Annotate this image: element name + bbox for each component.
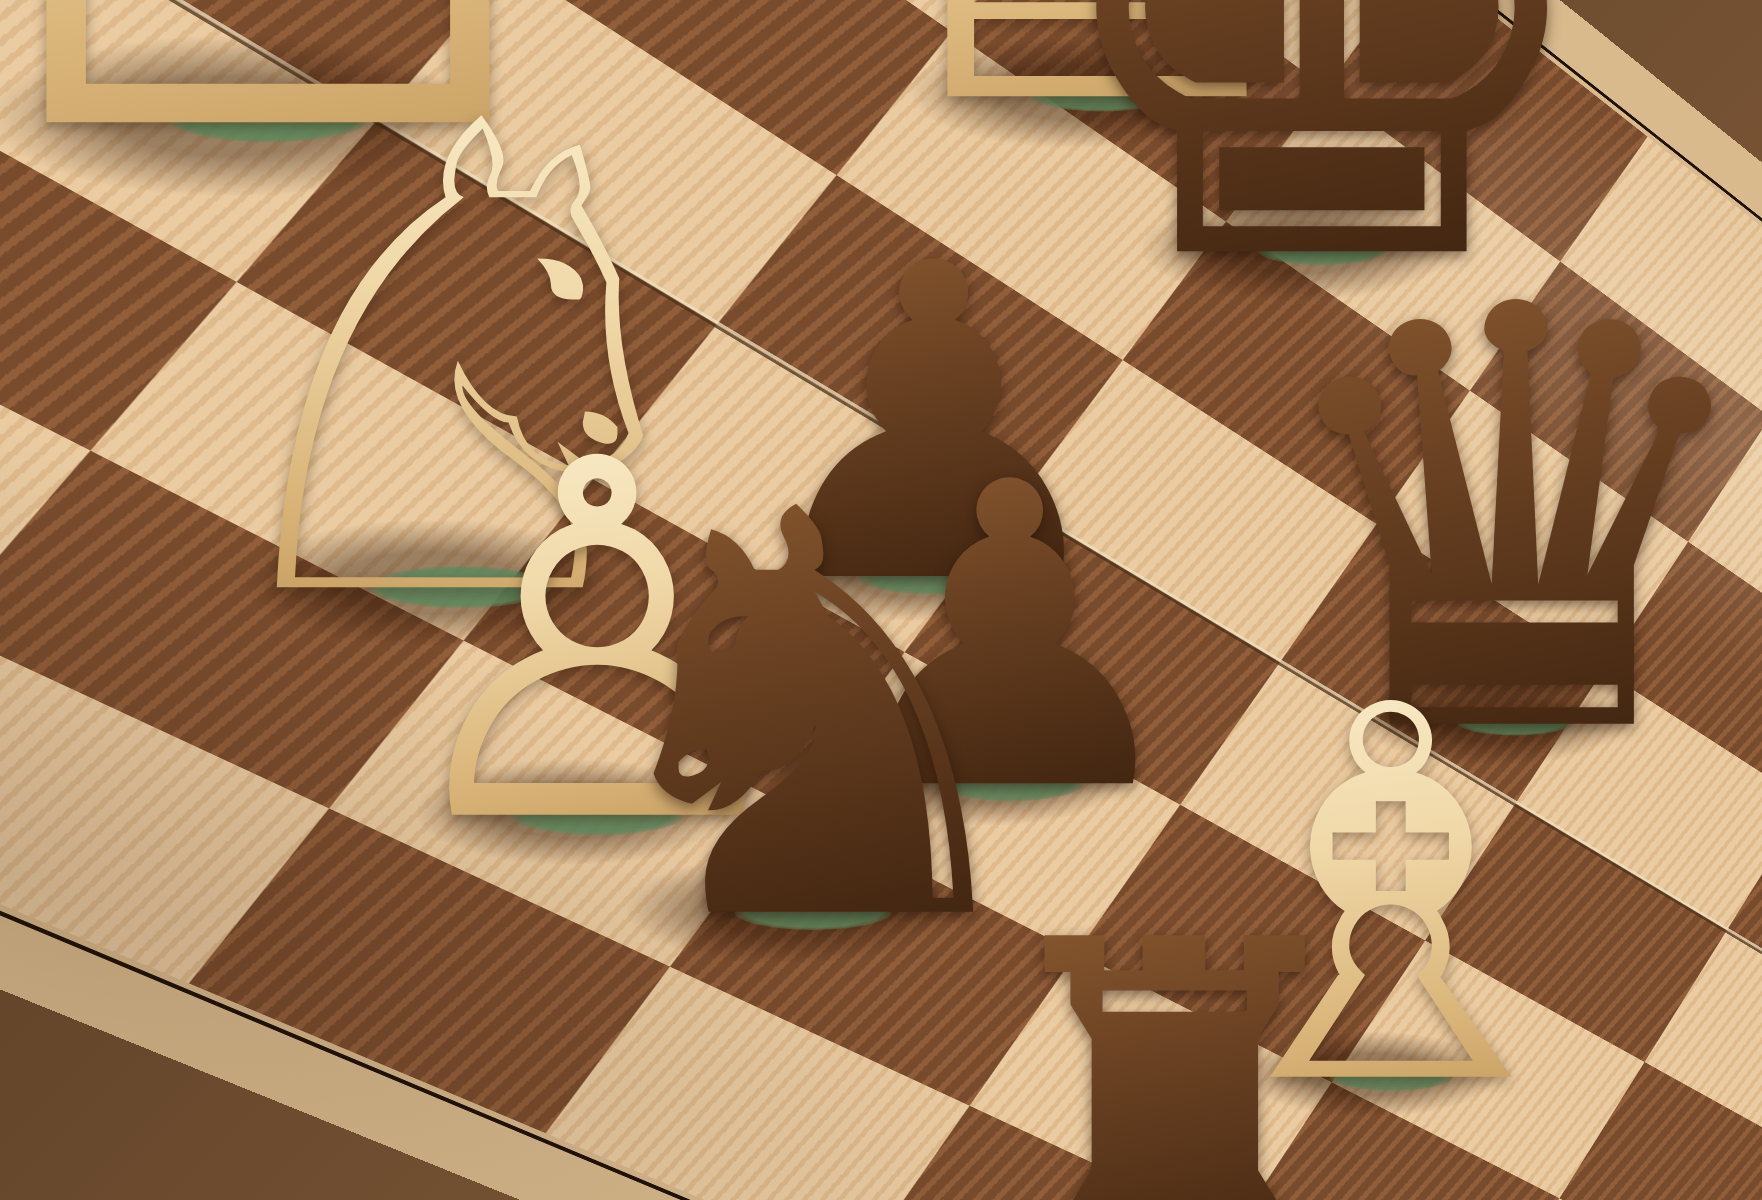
dark-rook-glyph: ♜: [968, 882, 1382, 1200]
chessboard-photo: ♔♘♙♕♗♞♟♟♜♛♚: [0, 0, 1762, 1200]
piece-dark-rook-f1[interactable]: ♜: [968, 882, 1382, 1200]
